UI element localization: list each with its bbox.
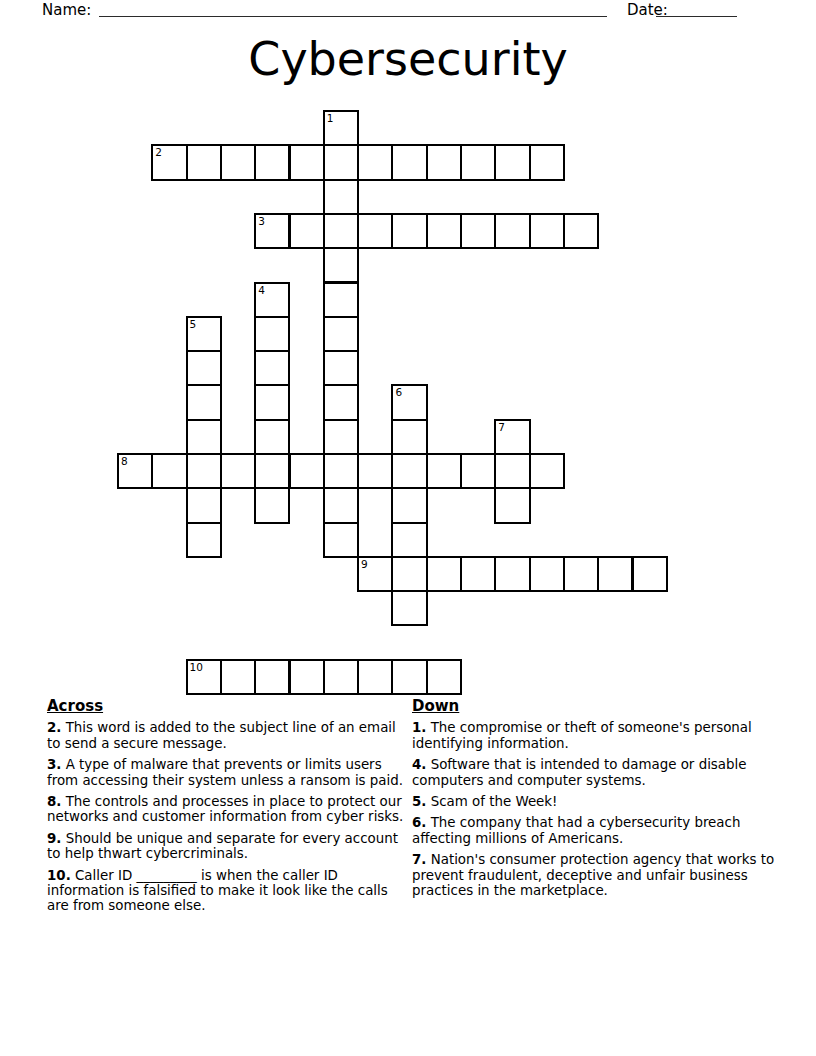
clue-label: 4.	[412, 757, 426, 772]
grid-cell-r13c14[interactable]	[597, 556, 633, 592]
clue-label: 3.	[47, 757, 61, 772]
grid-cell-r16c9[interactable]	[426, 659, 462, 695]
grid-cell-r1c5[interactable]	[289, 144, 325, 180]
grid-cell-r13c10[interactable]	[460, 556, 496, 592]
crossword-grid: 12345678910	[117, 110, 669, 696]
grid-cell-r3c12[interactable]	[529, 213, 565, 249]
grid-cell-r10c12[interactable]	[529, 453, 565, 489]
down-clue-list: 1. The compromise or theft of someone's …	[412, 720, 782, 898]
clue-label: 9.	[47, 831, 61, 846]
grid-cell-r16c4[interactable]	[254, 659, 290, 695]
clue-number-3: 3	[258, 215, 265, 227]
grid-cell-r16c8[interactable]	[391, 659, 427, 695]
grid-cell-r11c2[interactable]	[186, 487, 222, 523]
clue-label: 10.	[47, 868, 71, 883]
grid-cell-r12c6[interactable]	[323, 522, 359, 558]
grid-cell-r16c6[interactable]	[323, 659, 359, 695]
across-clue-list: 2. This word is added to the subject lin…	[47, 720, 409, 913]
clue-number-1: 1	[327, 112, 334, 124]
grid-cell-r9c6[interactable]	[323, 419, 359, 455]
grid-cell-r3c6[interactable]	[323, 213, 359, 249]
clue-number-10: 10	[190, 661, 203, 673]
clue-down-4: 4. Software that is intended to damage o…	[412, 757, 782, 788]
grid-cell-r10c0[interactable]: 8	[117, 453, 153, 489]
grid-cell-r1c3[interactable]	[220, 144, 256, 180]
grid-cell-r6c4[interactable]	[254, 316, 290, 352]
clue-across-3: 3. A type of malware that prevents or li…	[47, 757, 409, 788]
grid-cell-r7c2[interactable]	[186, 350, 222, 386]
grid-cell-r10c6[interactable]	[323, 453, 359, 489]
clue-across-10: 10. Caller ID _________ is when the call…	[47, 868, 409, 914]
grid-cell-r1c8[interactable]	[391, 144, 427, 180]
grid-cell-r13c12[interactable]	[529, 556, 565, 592]
grid-cell-r5c6[interactable]	[323, 282, 359, 318]
grid-cell-r9c2[interactable]	[186, 419, 222, 455]
grid-cell-r13c8[interactable]	[391, 556, 427, 592]
clue-label: 2.	[47, 720, 61, 735]
grid-cell-r10c1[interactable]	[151, 453, 187, 489]
grid-cell-r3c9[interactable]	[426, 213, 462, 249]
across-clues-section: Across 2. This word is added to the subj…	[47, 699, 409, 920]
grid-cell-r1c4[interactable]	[254, 144, 290, 180]
grid-cell-r14c8[interactable]	[391, 590, 427, 626]
grid-cell-r3c4[interactable]: 3	[254, 213, 290, 249]
grid-cell-r5c4[interactable]: 4	[254, 282, 290, 318]
grid-cell-r1c12[interactable]	[529, 144, 565, 180]
clue-label: 6.	[412, 815, 426, 830]
clue-down-6: 6. The company that had a cybersecurity …	[412, 815, 782, 846]
grid-cell-r16c2[interactable]: 10	[186, 659, 222, 695]
down-header: Down	[412, 699, 782, 714]
grid-cell-r1c11[interactable]	[494, 144, 530, 180]
grid-cell-r16c7[interactable]	[357, 659, 393, 695]
page-title: Cybersecurity	[0, 33, 816, 86]
grid-cell-r1c6[interactable]	[323, 144, 359, 180]
grid-cell-r6c2[interactable]: 5	[186, 316, 222, 352]
grid-cell-r13c9[interactable]	[426, 556, 462, 592]
grid-cell-r1c2[interactable]	[186, 144, 222, 180]
grid-cell-r1c1[interactable]: 2	[151, 144, 187, 180]
grid-cell-r3c11[interactable]	[494, 213, 530, 249]
clue-down-7: 7. Nation's consumer protection agency t…	[412, 852, 782, 898]
grid-cell-r16c5[interactable]	[289, 659, 325, 695]
name-blank-line[interactable]	[99, 3, 607, 17]
grid-cell-r8c6[interactable]	[323, 384, 359, 420]
grid-cell-r11c11[interactable]	[494, 487, 530, 523]
grid-cell-r11c8[interactable]	[391, 487, 427, 523]
grid-cell-r8c8[interactable]: 6	[391, 384, 427, 420]
across-header: Across	[47, 699, 409, 714]
grid-cell-r7c6[interactable]	[323, 350, 359, 386]
clue-number-5: 5	[190, 318, 197, 330]
grid-cell-r12c8[interactable]	[391, 522, 427, 558]
grid-cell-r16c3[interactable]	[220, 659, 256, 695]
grid-cell-r3c10[interactable]	[460, 213, 496, 249]
grid-cell-r1c9[interactable]	[426, 144, 462, 180]
grid-cell-r10c8[interactable]	[391, 453, 427, 489]
grid-cell-r10c10[interactable]	[460, 453, 496, 489]
grid-cell-r1c10[interactable]	[460, 144, 496, 180]
clue-number-4: 4	[258, 284, 265, 296]
clue-label: 7.	[412, 852, 426, 867]
grid-cell-r3c7[interactable]	[357, 213, 393, 249]
grid-cell-r9c8[interactable]	[391, 419, 427, 455]
grid-cell-r11c6[interactable]	[323, 487, 359, 523]
grid-cell-r4c6[interactable]	[323, 247, 359, 283]
clue-label: 1.	[412, 720, 426, 735]
grid-cell-r13c13[interactable]	[563, 556, 599, 592]
grid-cell-r6c6[interactable]	[323, 316, 359, 352]
grid-cell-r0c6[interactable]: 1	[323, 110, 359, 146]
grid-cell-r10c11[interactable]	[494, 453, 530, 489]
clue-down-1: 1. The compromise or theft of someone's …	[412, 720, 782, 751]
grid-cell-r8c4[interactable]	[254, 384, 290, 420]
name-label: Name:	[42, 1, 91, 19]
grid-cell-r2c6[interactable]	[323, 179, 359, 215]
grid-cell-r10c7[interactable]	[357, 453, 393, 489]
clue-across-9: 9. Should be unique and separate for eve…	[47, 831, 409, 862]
clue-down-5: 5. Scam of the Week!	[412, 794, 782, 809]
grid-cell-r3c13[interactable]	[563, 213, 599, 249]
grid-cell-r10c5[interactable]	[289, 453, 325, 489]
clue-label: 5.	[412, 794, 426, 809]
grid-cell-r13c7[interactable]: 9	[357, 556, 393, 592]
clue-label: 8.	[47, 794, 61, 809]
grid-cell-r12c2[interactable]	[186, 522, 222, 558]
date-blank-line[interactable]	[656, 3, 737, 17]
clue-across-2: 2. This word is added to the subject lin…	[47, 720, 409, 751]
grid-cell-r8c2[interactable]	[186, 384, 222, 420]
clue-number-8: 8	[121, 455, 128, 467]
grid-cell-r10c2[interactable]	[186, 453, 222, 489]
grid-cell-r7c4[interactable]	[254, 350, 290, 386]
clue-number-6: 6	[395, 386, 402, 398]
clue-number-2: 2	[155, 146, 162, 158]
grid-cell-r13c11[interactable]	[494, 556, 530, 592]
grid-cell-r11c4[interactable]	[254, 487, 290, 523]
grid-cell-r9c11[interactable]: 7	[494, 419, 530, 455]
grid-cell-r9c4[interactable]	[254, 419, 290, 455]
grid-cell-r3c5[interactable]	[289, 213, 325, 249]
grid-cell-r1c7[interactable]	[357, 144, 393, 180]
clue-across-8: 8. The controls and processes in place t…	[47, 794, 409, 825]
clue-number-9: 9	[361, 558, 368, 570]
grid-cell-r10c3[interactable]	[220, 453, 256, 489]
down-clues-section: Down 1. The compromise or theft of someo…	[412, 699, 782, 904]
grid-cell-r3c8[interactable]	[391, 213, 427, 249]
grid-cell-r13c15[interactable]	[632, 556, 668, 592]
grid-cell-r10c9[interactable]	[426, 453, 462, 489]
clue-number-7: 7	[498, 421, 505, 433]
worksheet: Name: Date: Cybersecurity 12345678910 Ac…	[0, 0, 816, 1056]
grid-cell-r10c4[interactable]	[254, 453, 290, 489]
